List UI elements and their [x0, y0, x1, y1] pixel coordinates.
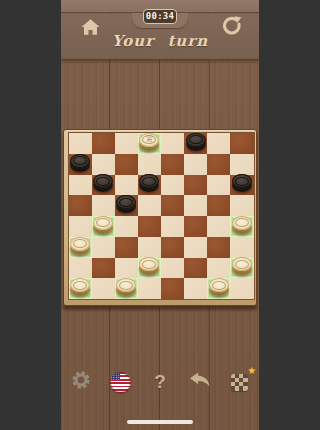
timer-badge: 00:34 — [143, 9, 177, 24]
square-d5[interactable] — [138, 195, 161, 216]
white-man-piece[interactable] — [70, 278, 90, 296]
white-man-piece[interactable] — [70, 237, 90, 255]
square-c6[interactable] — [115, 175, 138, 196]
square-d2[interactable] — [138, 258, 161, 279]
footer-toolbar: ? ★ — [61, 366, 259, 398]
square-d6[interactable] — [138, 175, 161, 196]
piece-ring — [235, 177, 249, 186]
help-question-icon: ? — [154, 371, 166, 393]
piece-ring — [235, 260, 249, 269]
square-e8[interactable] — [161, 133, 184, 154]
new-game-board-icon — [231, 374, 248, 391]
white-king-piece[interactable]: ♕ — [139, 133, 159, 151]
square-f2[interactable] — [184, 258, 207, 279]
square-h1[interactable] — [230, 278, 253, 299]
checkers-app-screen: 00:34 Your turn ♕ — [61, 0, 259, 430]
square-d3[interactable] — [138, 237, 161, 258]
white-man-piece[interactable] — [139, 257, 159, 275]
piece-ring — [235, 218, 249, 227]
square-f3[interactable] — [184, 237, 207, 258]
language-flag-us-icon — [110, 372, 131, 393]
square-g8[interactable] — [207, 133, 230, 154]
square-g3[interactable] — [207, 237, 230, 258]
square-b6[interactable] — [92, 175, 115, 196]
piece-ring — [73, 239, 87, 248]
star-icon: ★ — [247, 366, 256, 376]
piece-face — [70, 154, 90, 168]
black-man-piece[interactable] — [70, 154, 90, 172]
piece-ring — [73, 156, 87, 165]
black-man-piece[interactable] — [93, 174, 113, 192]
square-b1[interactable] — [92, 278, 115, 299]
piece-ring — [189, 135, 203, 144]
home-indicator[interactable] — [127, 420, 193, 425]
square-f4[interactable] — [184, 216, 207, 237]
board-grid: ♕ — [69, 133, 254, 299]
square-c3[interactable] — [115, 237, 138, 258]
flag-canton — [110, 372, 120, 381]
square-c8[interactable] — [115, 133, 138, 154]
square-f6[interactable] — [184, 175, 207, 196]
square-h5[interactable] — [230, 195, 253, 216]
black-man-piece[interactable] — [139, 174, 159, 192]
square-e2[interactable] — [161, 258, 184, 279]
square-a1[interactable] — [69, 278, 92, 299]
square-f5[interactable] — [184, 195, 207, 216]
timer-value: 00:34 — [146, 12, 175, 21]
square-a7[interactable] — [69, 154, 92, 175]
square-c2[interactable] — [115, 258, 138, 279]
square-h7[interactable] — [230, 154, 253, 175]
square-h8[interactable] — [230, 133, 253, 154]
white-man-piece[interactable] — [232, 257, 252, 275]
square-g4[interactable] — [207, 216, 230, 237]
square-b3[interactable] — [92, 237, 115, 258]
piece-ring — [142, 260, 156, 269]
square-g7[interactable] — [207, 154, 230, 175]
square-b4[interactable] — [92, 216, 115, 237]
square-d1[interactable] — [138, 278, 161, 299]
square-b5[interactable] — [92, 195, 115, 216]
language-button[interactable] — [105, 367, 135, 397]
black-man-piece[interactable] — [116, 195, 136, 213]
piece-ring — [119, 281, 133, 290]
square-f7[interactable] — [184, 154, 207, 175]
square-e7[interactable] — [161, 154, 184, 175]
white-man-piece[interactable] — [93, 216, 113, 234]
settings-button[interactable] — [66, 367, 96, 397]
piece-ring — [73, 281, 87, 290]
square-b2[interactable] — [92, 258, 115, 279]
piece-ring — [96, 177, 110, 186]
square-g6[interactable] — [207, 175, 230, 196]
square-h6[interactable] — [230, 175, 253, 196]
piece-ring — [119, 198, 133, 207]
square-a3[interactable] — [69, 237, 92, 258]
checkers-board: ♕ — [63, 129, 257, 306]
square-a2[interactable] — [69, 258, 92, 279]
square-g5[interactable] — [207, 195, 230, 216]
white-man-piece[interactable] — [232, 216, 252, 234]
piece-face — [70, 237, 90, 251]
white-man-piece[interactable] — [209, 278, 229, 296]
square-e1[interactable] — [161, 278, 184, 299]
piece-ring — [142, 177, 156, 186]
square-g1[interactable] — [207, 278, 230, 299]
square-a5[interactable] — [69, 195, 92, 216]
new-game-button[interactable]: ★ — [224, 367, 254, 397]
square-h3[interactable] — [230, 237, 253, 258]
black-man-piece[interactable] — [186, 133, 206, 151]
square-f8[interactable] — [184, 133, 207, 154]
piece-face — [209, 278, 229, 292]
square-g2[interactable] — [207, 258, 230, 279]
undo-arrow-icon — [188, 372, 211, 393]
piece-face — [93, 216, 113, 230]
black-man-piece[interactable] — [232, 174, 252, 192]
square-e6[interactable] — [161, 175, 184, 196]
white-man-piece[interactable] — [116, 278, 136, 296]
square-e4[interactable] — [161, 216, 184, 237]
square-e3[interactable] — [161, 237, 184, 258]
square-e5[interactable] — [161, 195, 184, 216]
square-d8[interactable]: ♕ — [138, 133, 161, 154]
piece-ring — [212, 281, 226, 290]
square-b7[interactable] — [92, 154, 115, 175]
undo-button[interactable] — [185, 367, 215, 397]
king-crown-icon: ♕ — [139, 132, 159, 146]
square-h2[interactable] — [230, 258, 253, 279]
square-c5[interactable] — [115, 195, 138, 216]
settings-gear-icon — [70, 369, 92, 395]
square-d4[interactable] — [138, 216, 161, 237]
square-c1[interactable] — [115, 278, 138, 299]
square-c4[interactable] — [115, 216, 138, 237]
square-c7[interactable] — [115, 154, 138, 175]
square-a8[interactable] — [69, 133, 92, 154]
piece-ring — [96, 218, 110, 227]
square-d7[interactable] — [138, 154, 161, 175]
square-f1[interactable] — [184, 278, 207, 299]
help-button[interactable]: ? — [145, 367, 175, 397]
piece-face — [186, 133, 206, 147]
square-b8[interactable] — [92, 133, 115, 154]
square-h4[interactable] — [230, 216, 253, 237]
square-a4[interactable] — [69, 216, 92, 237]
square-a6[interactable] — [69, 175, 92, 196]
turn-status-text: Your turn — [61, 32, 259, 50]
piece-face — [232, 216, 252, 230]
